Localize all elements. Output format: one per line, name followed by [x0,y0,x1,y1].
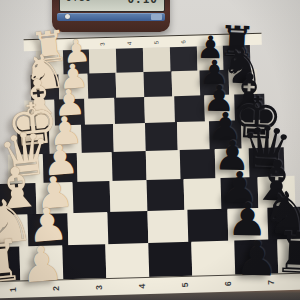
square-b3[interactable] [67,212,108,246]
coordinate-label: 5 [149,277,192,294]
square-a6[interactable] [191,241,235,277]
chess-board: 1234567812345678♜♞♝♛♚♝♞♜♟♟♟♟♟♟♟♟♟♟♟♟♟♟♟♟… [0,0,300,300]
square-e4[interactable] [113,123,146,153]
piece-black-p-a7[interactable]: ♟ [232,234,281,283]
square-a5[interactable] [148,242,192,278]
square-a4[interactable] [105,243,149,279]
photo-stage: 0:10 0:10 1234567812345678♜♞♝♛♚♝♞♜♟♟♟♟♟♟… [0,0,300,300]
square-e5[interactable] [145,122,178,152]
coordinate-label: 3 [89,38,116,50]
square-c3[interactable] [72,181,110,214]
square-b4[interactable] [107,211,148,245]
coordinate-label: 4 [106,278,149,295]
square-d5[interactable] [146,150,181,181]
square-g5[interactable] [144,71,173,97]
square-h5[interactable] [143,47,170,72]
square-d4[interactable] [111,151,146,182]
square-e3[interactable] [81,124,114,154]
square-c6[interactable] [184,178,222,211]
coordinate-label: 3 [63,279,106,296]
square-f5[interactable] [144,96,175,124]
square-f4[interactable] [114,97,145,125]
square-c5[interactable] [147,179,185,212]
square-h4[interactable] [116,48,143,73]
square-h3[interactable] [89,49,116,74]
square-h6[interactable] [170,47,197,72]
coordinate-label: 4 [116,37,143,49]
square-f3[interactable] [84,98,115,126]
square-g3[interactable] [87,73,116,99]
coordinate-label: 6 [192,276,235,293]
square-b6[interactable] [187,209,228,243]
square-d6[interactable] [180,149,215,180]
coordinate-label: 5 [143,36,170,48]
square-d3[interactable] [77,152,112,183]
square-g4[interactable] [115,72,144,98]
square-c4[interactable] [109,180,147,213]
square-b5[interactable] [147,210,188,244]
coordinate-label: 6 [169,36,196,48]
